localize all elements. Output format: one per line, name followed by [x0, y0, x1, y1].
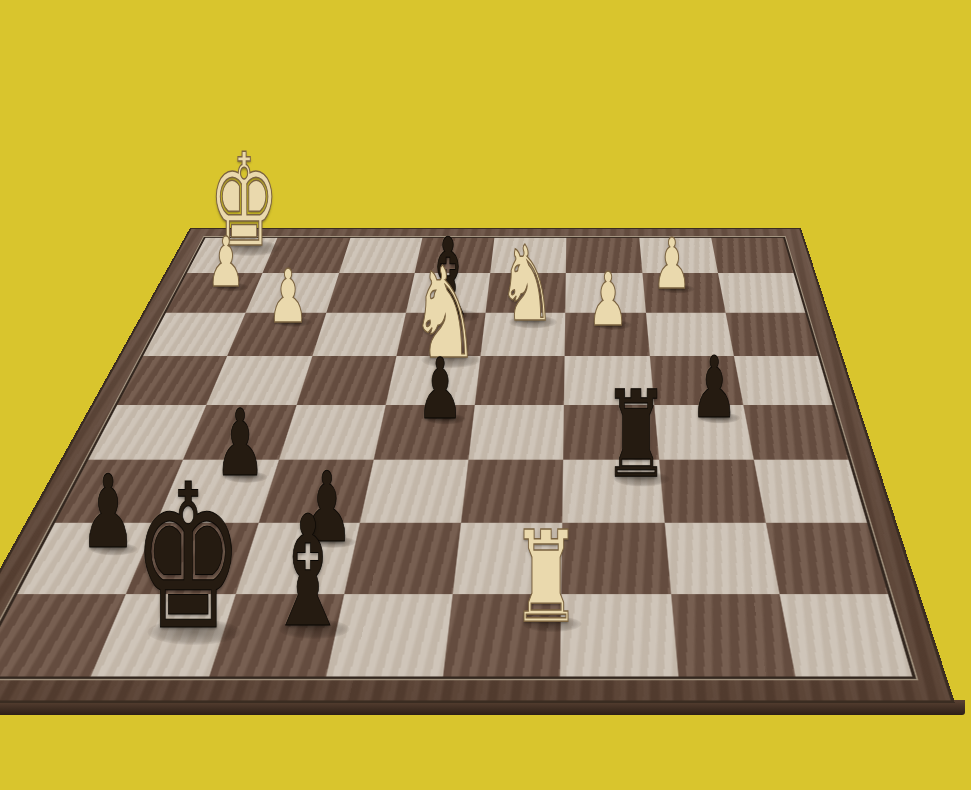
square-b7[interactable]: [246, 273, 339, 312]
square-h4[interactable]: [743, 405, 849, 460]
chessboard-scene: ♚♟♟♝♟♞♟♞♟♟♟♜♟♟♜♝♚: [0, 0, 971, 790]
square-f6[interactable]: [565, 312, 649, 356]
square-h7[interactable]: [718, 273, 805, 312]
square-g4[interactable]: [654, 405, 754, 460]
square-c7[interactable]: [326, 273, 414, 312]
square-e3[interactable]: [461, 460, 563, 522]
square-g1[interactable]: [670, 594, 795, 677]
square-f4[interactable]: [563, 405, 658, 460]
square-c8[interactable]: [339, 238, 423, 273]
board-frame: [0, 228, 955, 703]
square-g7[interactable]: [642, 273, 725, 312]
square-h3[interactable]: [754, 460, 867, 522]
square-c4[interactable]: [278, 405, 385, 460]
square-g8[interactable]: [639, 238, 718, 273]
square-e5[interactable]: [475, 356, 565, 405]
square-g2[interactable]: [664, 522, 779, 593]
square-f3[interactable]: [563, 460, 664, 522]
square-c5[interactable]: [296, 356, 396, 405]
square-c2[interactable]: [235, 522, 360, 593]
square-g5[interactable]: [649, 356, 743, 405]
square-f2[interactable]: [562, 522, 671, 593]
square-g6[interactable]: [645, 312, 733, 356]
square-e4[interactable]: [468, 405, 564, 460]
square-d6[interactable]: [396, 312, 485, 356]
square-e7[interactable]: [486, 273, 566, 312]
square-e6[interactable]: [481, 312, 566, 356]
square-e8[interactable]: [490, 238, 566, 273]
square-f7[interactable]: [566, 273, 646, 312]
square-d4[interactable]: [373, 405, 474, 460]
square-b6[interactable]: [227, 312, 325, 356]
chess-board[interactable]: [0, 237, 916, 679]
square-f1[interactable]: [560, 594, 677, 677]
square-e1[interactable]: [443, 594, 561, 677]
square-d1[interactable]: [326, 594, 453, 677]
square-h8[interactable]: [711, 238, 794, 273]
square-f5[interactable]: [564, 356, 653, 405]
square-h2[interactable]: [765, 522, 887, 593]
square-b8[interactable]: [263, 238, 350, 273]
square-e2[interactable]: [453, 522, 563, 593]
square-d3[interactable]: [360, 460, 469, 522]
square-g3[interactable]: [658, 460, 765, 522]
square-d7[interactable]: [406, 273, 490, 312]
square-c6[interactable]: [312, 312, 406, 356]
square-d5[interactable]: [385, 356, 480, 405]
square-d8[interactable]: [414, 238, 494, 273]
square-h6[interactable]: [725, 312, 818, 356]
square-h1[interactable]: [779, 594, 912, 677]
square-c3[interactable]: [258, 460, 373, 522]
square-f8[interactable]: [566, 238, 642, 273]
square-h5[interactable]: [734, 356, 833, 405]
square-d2[interactable]: [344, 522, 461, 593]
